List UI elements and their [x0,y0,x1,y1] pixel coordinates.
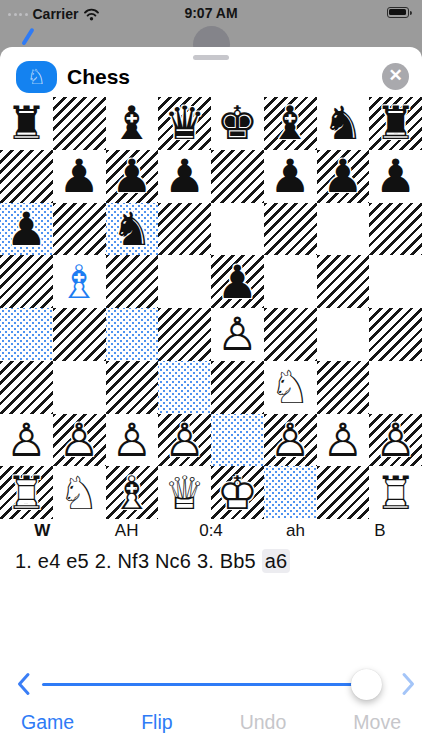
square-g1[interactable] [317,466,370,519]
move-counters: 0:4 [169,521,253,541]
square-b8[interactable] [53,97,106,150]
square-b2[interactable]: ♟♙ [53,414,106,467]
move-list: 1. e4 e5 2. Nf3 Nc6 3. Bb5 a6 [15,550,290,573]
white-king: ♚♔ [211,466,264,519]
square-e7[interactable] [211,150,264,203]
square-a5[interactable] [0,255,53,308]
status-bar: Carrier 9:07 AM [0,0,422,26]
undo-button[interactable]: Undo [240,711,287,734]
square-f7[interactable]: ♟ [264,150,317,203]
black-pawn: ♟ [211,255,264,308]
black-pawn: ♟ [317,150,370,203]
square-d7[interactable]: ♟ [158,150,211,203]
black-pawn: ♟ [369,150,422,203]
square-f6[interactable] [264,203,317,256]
square-f3[interactable]: ♞♘ [264,361,317,414]
white-pawn: ♟♙ [211,308,264,361]
white-pawn: ♟♙ [264,414,317,467]
square-a8[interactable]: ♜ [0,97,53,150]
black-pawn: ♟ [264,150,317,203]
close-icon: ✕ [388,67,402,84]
black-pawn: ♟ [106,150,159,203]
black-bishop: ♝ [106,97,159,150]
previous-move-button[interactable] [16,672,32,696]
next-move-button[interactable] [400,672,416,696]
black-queen: ♛ [158,97,211,150]
square-h4[interactable] [369,308,422,361]
square-g3[interactable] [317,361,370,414]
square-e2[interactable] [211,414,264,467]
compose-pencil-icon [21,28,34,46]
square-a4[interactable] [0,308,53,361]
square-a1[interactable]: ♜♖ [0,466,53,519]
white-bishop: ♝♗ [53,255,106,308]
white-castling-rights: AH [84,521,168,541]
square-f5[interactable] [264,255,317,308]
square-e5[interactable]: ♟ [211,255,264,308]
chevron-left-icon [16,672,32,696]
square-g7[interactable]: ♟ [317,150,370,203]
square-h5[interactable] [369,255,422,308]
move-list-text: 1. e4 e5 2. Nf3 Nc6 3. Bb5 [15,550,262,572]
black-castling-rights: ah [253,521,337,541]
black-bishop: ♝ [264,97,317,150]
black-pawn: ♟ [53,150,106,203]
move-slider [0,665,422,703]
square-c8[interactable]: ♝ [106,97,159,150]
chevron-right-icon [400,672,416,696]
square-d5[interactable] [158,255,211,308]
square-h2[interactable]: ♟♙ [369,414,422,467]
white-queen: ♛♕ [158,466,211,519]
square-c1[interactable]: ♝♗ [106,466,159,519]
slider-track[interactable] [42,683,367,687]
white-pawn: ♟♙ [0,414,53,467]
square-a6[interactable]: ♟ [0,203,53,256]
chess-board: ♜♝♛♚♝♞♜♟♟♟♟♟♟♟♞♝♗♟♟♙♞♘♟♙♟♙♟♙♟♙♟♙♟♙♟♙♜♖♞♘… [0,97,422,519]
white-rook: ♜♖ [0,466,53,519]
square-g4[interactable] [317,308,370,361]
screen: Carrier 9:07 AM ♘ Chess ✕ ♜♝♛♚♝♞♜♟♟♟♟♟♟♟… [0,0,422,750]
move-button[interactable]: Move [353,711,401,734]
square-d4[interactable] [158,308,211,361]
battery-icon [387,7,412,19]
square-h7[interactable]: ♟ [369,150,422,203]
black-pawn: ♟ [0,203,53,256]
square-g2[interactable]: ♟♙ [317,414,370,467]
app-header: ♘ Chess ✕ [0,54,422,96]
square-h8[interactable]: ♜ [369,97,422,150]
black-knight: ♞ [317,97,370,150]
square-a2[interactable]: ♟♙ [0,414,53,467]
square-d2[interactable]: ♟♙ [158,414,211,467]
square-e1[interactable]: ♚♔ [211,466,264,519]
slider-thumb[interactable] [351,669,382,700]
square-c6[interactable]: ♞ [106,203,159,256]
square-a7[interactable] [0,150,53,203]
knight-icon: ♘ [27,67,46,88]
chess-app-sheet: ♘ Chess ✕ ♜♝♛♚♝♞♜♟♟♟♟♟♟♟♞♝♗♟♟♙♞♘♟♙♟♙♟♙♟♙… [0,47,422,750]
square-c2[interactable]: ♟♙ [106,414,159,467]
app-title: Chess [67,65,130,89]
square-c3[interactable] [106,361,159,414]
square-b5[interactable]: ♝♗ [53,255,106,308]
square-e4[interactable]: ♟♙ [211,308,264,361]
square-b4[interactable] [53,308,106,361]
square-h1[interactable]: ♜♖ [369,466,422,519]
black-knight: ♞ [106,203,159,256]
square-g8[interactable]: ♞ [317,97,370,150]
square-f1[interactable] [264,466,317,519]
square-b1[interactable]: ♞♘ [53,466,106,519]
white-knight: ♞♘ [53,466,106,519]
clock-time: 9:07 AM [0,5,422,21]
black-pawn: ♟ [158,150,211,203]
square-d8[interactable]: ♛ [158,97,211,150]
white-pawn: ♟♙ [317,414,370,467]
white-pawn: ♟♙ [158,414,211,467]
square-c7[interactable]: ♟ [106,150,159,203]
square-f2[interactable]: ♟♙ [264,414,317,467]
black-king: ♚ [211,97,264,150]
side-to-move-white: W [0,521,84,541]
square-e8[interactable]: ♚ [211,97,264,150]
side-black-label: B [338,521,422,541]
game-button[interactable]: Game [21,711,74,734]
square-b7[interactable]: ♟ [53,150,106,203]
bottom-toolbar: Game Flip Undo Move [0,711,422,734]
black-rook: ♜ [369,97,422,150]
square-h3[interactable] [369,361,422,414]
flip-button[interactable]: Flip [141,711,172,734]
square-g5[interactable] [317,255,370,308]
square-f4[interactable] [264,308,317,361]
white-knight: ♞♘ [264,361,317,414]
close-button[interactable]: ✕ [382,63,409,90]
square-g6[interactable] [317,203,370,256]
chess-app-icon: ♘ [16,61,57,93]
square-c4[interactable] [106,308,159,361]
square-b3[interactable] [53,361,106,414]
square-d1[interactable]: ♛♕ [158,466,211,519]
square-e3[interactable] [211,361,264,414]
square-e6[interactable] [211,203,264,256]
black-rook: ♜ [0,97,53,150]
white-rook: ♜♖ [369,466,422,519]
white-pawn: ♟♙ [106,414,159,467]
square-b6[interactable] [53,203,106,256]
square-h6[interactable] [369,203,422,256]
white-bishop: ♝♗ [106,466,159,519]
square-c5[interactable] [106,255,159,308]
game-info-row: W AH 0:4 ah B [0,521,422,541]
white-pawn: ♟♙ [369,414,422,467]
square-f8[interactable]: ♝ [264,97,317,150]
current-move-badge: a6 [262,549,291,573]
square-d3[interactable] [158,361,211,414]
white-pawn: ♟♙ [53,414,106,467]
square-d6[interactable] [158,203,211,256]
square-a3[interactable] [0,361,53,414]
